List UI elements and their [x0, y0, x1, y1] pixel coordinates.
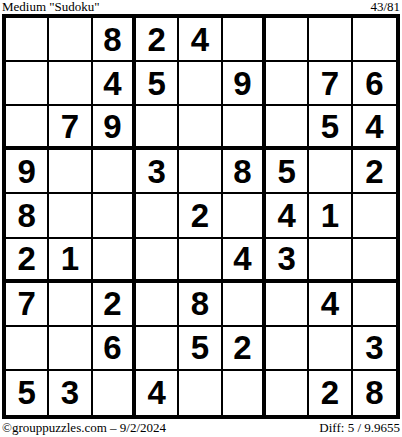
cell-r8c7[interactable] [266, 327, 309, 371]
cell-r2c4[interactable]: 5 [136, 62, 179, 106]
cell-r9c3[interactable] [93, 371, 136, 415]
footer: ©grouppuzzles.com – 9/2/2024 Diff: 5 / 9… [2, 419, 400, 437]
cell-r5c1[interactable]: 8 [6, 194, 49, 238]
cell-r4c8[interactable] [309, 150, 352, 194]
cell-r5c7[interactable]: 4 [266, 194, 309, 238]
cell-r6c8[interactable] [309, 239, 352, 283]
cell-r4c6[interactable]: 8 [223, 150, 266, 194]
cell-r6c5[interactable] [179, 239, 222, 283]
cell-r3c8[interactable]: 5 [309, 106, 352, 150]
cell-r6c7[interactable]: 3 [266, 239, 309, 283]
cell-r2c2[interactable] [49, 62, 92, 106]
cell-r3c3[interactable]: 9 [93, 106, 136, 150]
cell-r2c6[interactable]: 9 [223, 62, 266, 106]
cell-r2c5[interactable] [179, 62, 222, 106]
cell-r9c8[interactable]: 2 [309, 371, 352, 415]
cell-r2c1[interactable] [6, 62, 49, 106]
cell-r5c2[interactable] [49, 194, 92, 238]
cell-r4c4[interactable]: 3 [136, 150, 179, 194]
cell-r9c1[interactable]: 5 [6, 371, 49, 415]
cell-r3c9[interactable]: 4 [353, 106, 396, 150]
cell-r8c6[interactable]: 2 [223, 327, 266, 371]
cell-r8c5[interactable]: 5 [179, 327, 222, 371]
cell-r8c8[interactable] [309, 327, 352, 371]
cell-r5c6[interactable] [223, 194, 266, 238]
cell-r6c3[interactable] [93, 239, 136, 283]
cell-r4c3[interactable] [93, 150, 136, 194]
cell-r7c3[interactable]: 2 [93, 283, 136, 327]
cell-r2c7[interactable] [266, 62, 309, 106]
cell-r4c5[interactable] [179, 150, 222, 194]
cell-r4c1[interactable]: 9 [6, 150, 49, 194]
cell-r7c4[interactable] [136, 283, 179, 327]
cell-r3c2[interactable]: 7 [49, 106, 92, 150]
cell-r2c9[interactable]: 6 [353, 62, 396, 106]
cell-r1c7[interactable] [266, 18, 309, 62]
cell-r7c6[interactable] [223, 283, 266, 327]
cell-r3c4[interactable] [136, 106, 179, 150]
cell-r5c8[interactable]: 1 [309, 194, 352, 238]
cell-r1c9[interactable] [353, 18, 396, 62]
copyright-date: ©grouppuzzles.com – 9/2/2024 [2, 420, 166, 436]
header: Medium "Sudoku" 43/81 [2, 0, 400, 14]
cell-r3c6[interactable] [223, 106, 266, 150]
cell-r6c2[interactable]: 1 [49, 239, 92, 283]
cell-r7c1[interactable]: 7 [6, 283, 49, 327]
cell-r2c3[interactable]: 4 [93, 62, 136, 106]
cell-r1c6[interactable] [223, 18, 266, 62]
cell-r1c8[interactable] [309, 18, 352, 62]
cell-r1c4[interactable]: 2 [136, 18, 179, 62]
cell-r9c2[interactable]: 3 [49, 371, 92, 415]
cell-r1c3[interactable]: 8 [93, 18, 136, 62]
sudoku-board: 82445976795493852824121437284652353428 [2, 14, 400, 419]
cell-r3c1[interactable] [6, 106, 49, 150]
cell-r8c3[interactable]: 6 [93, 327, 136, 371]
cell-r9c9[interactable]: 8 [353, 371, 396, 415]
cell-r6c9[interactable] [353, 239, 396, 283]
cell-r8c1[interactable] [6, 327, 49, 371]
cell-r1c1[interactable] [6, 18, 49, 62]
cell-r7c9[interactable] [353, 283, 396, 327]
cell-r7c5[interactable]: 8 [179, 283, 222, 327]
cell-r9c4[interactable]: 4 [136, 371, 179, 415]
cell-r5c5[interactable]: 2 [179, 194, 222, 238]
sudoku-page: Medium "Sudoku" 43/81 824459767954938528… [0, 0, 402, 437]
cell-r7c7[interactable] [266, 283, 309, 327]
cell-r4c7[interactable]: 5 [266, 150, 309, 194]
cell-r1c5[interactable]: 4 [179, 18, 222, 62]
cell-r8c2[interactable] [49, 327, 92, 371]
cell-r9c5[interactable] [179, 371, 222, 415]
cell-r7c2[interactable] [49, 283, 92, 327]
cell-r6c6[interactable]: 4 [223, 239, 266, 283]
cell-r4c9[interactable]: 2 [353, 150, 396, 194]
cell-r9c6[interactable] [223, 371, 266, 415]
puzzle-title: Medium "Sudoku" [2, 0, 100, 14]
cell-r5c3[interactable] [93, 194, 136, 238]
cell-r3c7[interactable] [266, 106, 309, 150]
cell-r3c5[interactable] [179, 106, 222, 150]
cell-r6c4[interactable] [136, 239, 179, 283]
cell-r8c4[interactable] [136, 327, 179, 371]
cell-r5c4[interactable] [136, 194, 179, 238]
cell-r1c2[interactable] [49, 18, 92, 62]
cell-r6c1[interactable]: 2 [6, 239, 49, 283]
cell-counter: 43/81 [370, 0, 400, 14]
cell-r5c9[interactable] [353, 194, 396, 238]
cell-r7c8[interactable]: 4 [309, 283, 352, 327]
cell-r9c7[interactable] [266, 371, 309, 415]
cell-r2c8[interactable]: 7 [309, 62, 352, 106]
cell-r8c9[interactable]: 3 [353, 327, 396, 371]
difficulty-label: Diff: 5 / 9.9655 [319, 420, 400, 436]
cell-r4c2[interactable] [49, 150, 92, 194]
